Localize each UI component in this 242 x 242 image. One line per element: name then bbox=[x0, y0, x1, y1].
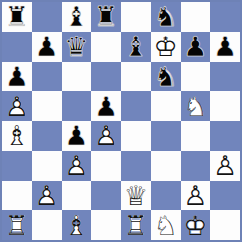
square-c2[interactable] bbox=[62, 181, 92, 211]
square-a6[interactable]: ♟ bbox=[2, 62, 32, 92]
piece-black-knight: ♞ bbox=[154, 3, 178, 30]
piece-white-rook: ♜♖ bbox=[5, 212, 29, 239]
square-d2[interactable] bbox=[91, 181, 121, 211]
square-f1[interactable]: ♞♘ bbox=[151, 210, 181, 240]
square-h5[interactable] bbox=[210, 91, 240, 121]
piece-outline-layer: ♖ bbox=[124, 212, 148, 239]
square-g8[interactable] bbox=[181, 2, 211, 32]
square-b2[interactable]: ♟♙ bbox=[32, 181, 62, 211]
piece-white-king: ♚♔ bbox=[154, 33, 178, 60]
piece-black-pawn: ♟ bbox=[5, 63, 29, 90]
square-b6[interactable] bbox=[32, 62, 62, 92]
square-a8[interactable]: ♜ bbox=[2, 2, 32, 32]
square-g2[interactable]: ♟♙ bbox=[181, 181, 211, 211]
square-f8[interactable]: ♞ bbox=[151, 2, 181, 32]
square-f2[interactable] bbox=[151, 181, 181, 211]
square-c8[interactable]: ♝ bbox=[62, 2, 92, 32]
square-c6[interactable] bbox=[62, 62, 92, 92]
square-h2[interactable] bbox=[210, 181, 240, 211]
square-b3[interactable] bbox=[32, 151, 62, 181]
square-e4[interactable] bbox=[121, 121, 151, 151]
square-g1[interactable]: ♚♔ bbox=[181, 210, 211, 240]
square-b1[interactable] bbox=[32, 210, 62, 240]
piece-white-knight: ♞♘ bbox=[183, 93, 207, 120]
square-a5[interactable]: ♟♙ bbox=[2, 91, 32, 121]
square-d1[interactable] bbox=[91, 210, 121, 240]
square-a4[interactable]: ♝♗ bbox=[2, 121, 32, 151]
square-b5[interactable] bbox=[32, 91, 62, 121]
piece-black-pawn: ♟ bbox=[64, 122, 88, 149]
square-h6[interactable] bbox=[210, 62, 240, 92]
square-a1[interactable]: ♜♖ bbox=[2, 210, 32, 240]
piece-white-pawn: ♟♙ bbox=[94, 122, 118, 149]
piece-outline-layer: ♙ bbox=[94, 122, 118, 149]
piece-black-rook: ♜ bbox=[5, 3, 29, 30]
square-h3[interactable]: ♟♙ bbox=[210, 151, 240, 181]
square-d4[interactable]: ♟♙ bbox=[91, 121, 121, 151]
square-c1[interactable]: ♝♗ bbox=[62, 210, 92, 240]
square-f5[interactable] bbox=[151, 91, 181, 121]
square-f7[interactable]: ♚♔ bbox=[151, 32, 181, 62]
piece-white-bishop: ♝♗ bbox=[64, 212, 88, 239]
piece-outline-layer: ♙ bbox=[213, 152, 237, 179]
square-b8[interactable] bbox=[32, 2, 62, 32]
square-c7[interactable]: ♛ bbox=[62, 32, 92, 62]
square-d7[interactable] bbox=[91, 32, 121, 62]
piece-white-pawn: ♟♙ bbox=[35, 182, 59, 209]
piece-black-rook: ♜ bbox=[94, 3, 118, 30]
square-g6[interactable] bbox=[181, 62, 211, 92]
piece-white-pawn: ♟♙ bbox=[64, 152, 88, 179]
square-h7[interactable]: ♟ bbox=[210, 32, 240, 62]
piece-black-pawn: ♟ bbox=[213, 33, 237, 60]
square-h4[interactable] bbox=[210, 121, 240, 151]
square-g7[interactable]: ♟ bbox=[181, 32, 211, 62]
square-g4[interactable] bbox=[181, 121, 211, 151]
piece-outline-layer: ♙ bbox=[5, 93, 29, 120]
piece-black-bishop: ♝ bbox=[124, 33, 148, 60]
piece-black-pawn: ♟ bbox=[35, 33, 59, 60]
piece-white-pawn: ♟♙ bbox=[183, 182, 207, 209]
square-c4[interactable]: ♟ bbox=[62, 121, 92, 151]
piece-white-knight: ♞♘ bbox=[154, 212, 178, 239]
square-b7[interactable]: ♟ bbox=[32, 32, 62, 62]
square-d5[interactable]: ♟ bbox=[91, 91, 121, 121]
piece-white-queen: ♛♕ bbox=[124, 182, 148, 209]
square-f4[interactable] bbox=[151, 121, 181, 151]
piece-outline-layer: ♙ bbox=[183, 182, 207, 209]
square-e1[interactable]: ♜♖ bbox=[121, 210, 151, 240]
chess-board: ♜♝♜♞♟♛♝♚♔♟♟♟♞♟♙♟♞♘♝♗♟♟♙♟♙♟♙♟♙♛♕♟♙♜♖♝♗♜♖♞… bbox=[0, 0, 242, 242]
piece-outline-layer: ♙ bbox=[64, 152, 88, 179]
square-e6[interactable] bbox=[121, 62, 151, 92]
piece-white-pawn: ♟♙ bbox=[5, 93, 29, 120]
square-d6[interactable] bbox=[91, 62, 121, 92]
square-e2[interactable]: ♛♕ bbox=[121, 181, 151, 211]
square-e3[interactable] bbox=[121, 151, 151, 181]
piece-outline-layer: ♔ bbox=[154, 33, 178, 60]
square-d8[interactable]: ♜ bbox=[91, 2, 121, 32]
piece-outline-layer: ♘ bbox=[154, 212, 178, 239]
piece-outline-layer: ♕ bbox=[124, 182, 148, 209]
piece-outline-layer: ♗ bbox=[64, 212, 88, 239]
square-g5[interactable]: ♞♘ bbox=[181, 91, 211, 121]
square-e8[interactable] bbox=[121, 2, 151, 32]
square-d3[interactable] bbox=[91, 151, 121, 181]
piece-outline-layer: ♖ bbox=[5, 212, 29, 239]
square-e5[interactable] bbox=[121, 91, 151, 121]
square-a7[interactable] bbox=[2, 32, 32, 62]
square-a2[interactable] bbox=[2, 181, 32, 211]
piece-outline-layer: ♔ bbox=[183, 212, 207, 239]
square-e7[interactable]: ♝ bbox=[121, 32, 151, 62]
piece-black-pawn: ♟ bbox=[183, 33, 207, 60]
piece-outline-layer: ♙ bbox=[35, 182, 59, 209]
piece-white-rook: ♜♖ bbox=[124, 212, 148, 239]
piece-white-pawn: ♟♙ bbox=[213, 152, 237, 179]
piece-outline-layer: ♘ bbox=[183, 93, 207, 120]
piece-black-bishop: ♝ bbox=[64, 3, 88, 30]
piece-black-queen: ♛ bbox=[64, 33, 88, 60]
square-a3[interactable] bbox=[2, 151, 32, 181]
square-g3[interactable] bbox=[181, 151, 211, 181]
piece-outline-layer: ♗ bbox=[5, 122, 29, 149]
square-h8[interactable] bbox=[210, 2, 240, 32]
square-c5[interactable] bbox=[62, 91, 92, 121]
square-h1[interactable] bbox=[210, 210, 240, 240]
piece-black-pawn: ♟ bbox=[94, 93, 118, 120]
square-c3[interactable]: ♟♙ bbox=[62, 151, 92, 181]
piece-white-king: ♚♔ bbox=[183, 212, 207, 239]
chess-board-grid: ♜♝♜♞♟♛♝♚♔♟♟♟♞♟♙♟♞♘♝♗♟♟♙♟♙♟♙♟♙♛♕♟♙♜♖♝♗♜♖♞… bbox=[2, 2, 240, 240]
piece-white-bishop: ♝♗ bbox=[5, 122, 29, 149]
square-f6[interactable]: ♞ bbox=[151, 62, 181, 92]
piece-black-knight: ♞ bbox=[154, 63, 178, 90]
square-f3[interactable] bbox=[151, 151, 181, 181]
square-b4[interactable] bbox=[32, 121, 62, 151]
